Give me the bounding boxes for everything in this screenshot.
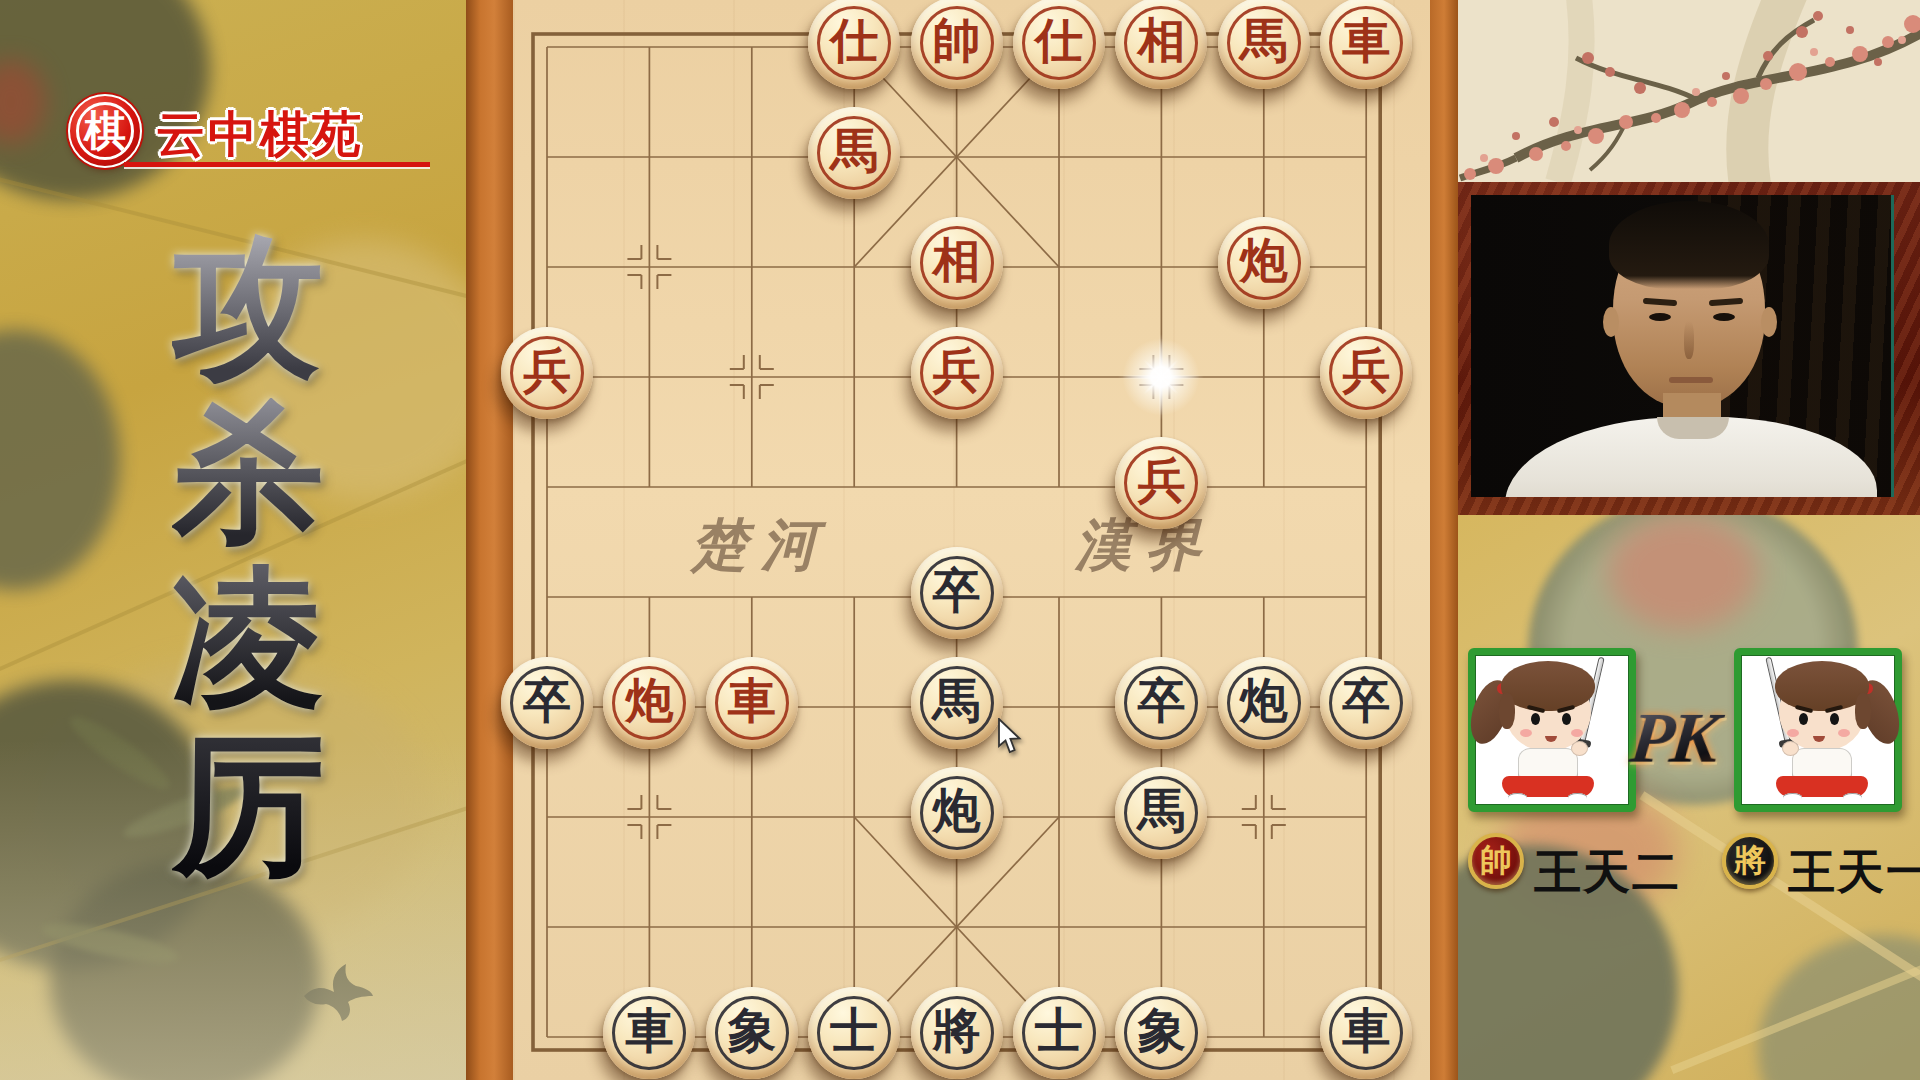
piece-glyph: 馬	[1137, 787, 1185, 835]
piece-red-帥-c4r0[interactable]: 帥	[911, 0, 1003, 89]
piece-glyph: 馬	[830, 127, 878, 175]
red-side-badge: 帥	[1468, 833, 1524, 889]
piece-glyph: 象	[728, 1007, 776, 1055]
mouse-cursor	[996, 718, 1024, 756]
piece-black-炮-c4r7[interactable]: 炮	[911, 767, 1003, 859]
piece-glyph: 士	[1035, 1007, 1083, 1055]
piece-glyph: 相	[1137, 17, 1185, 65]
board-wood: 楚 河 漢 界 仕帥仕相馬車馬相炮兵兵兵兵卒卒炮車馬卒炮卒炮馬車象士將士象車	[513, 0, 1430, 1080]
xiangqi-board[interactable]: 楚 河 漢 界 仕帥仕相馬車馬相炮兵兵兵兵卒卒炮車馬卒炮卒炮馬車象士將士象車	[466, 0, 1458, 1080]
piece-glyph: 卒	[523, 677, 571, 725]
piece-black-炮-c7r6[interactable]: 炮	[1218, 657, 1310, 749]
piece-glyph: 兵	[933, 347, 981, 395]
channel-logo: 棋 云中棋苑	[60, 86, 440, 186]
piece-glyph: 炮	[625, 677, 673, 725]
player-black-avatar	[1734, 648, 1902, 812]
pk-label: PK	[1625, 697, 1753, 793]
piece-glyph: 馬	[1240, 17, 1288, 65]
piece-black-卒-c8r6[interactable]: 卒	[1320, 657, 1412, 749]
piece-black-卒-c0r6[interactable]: 卒	[501, 657, 593, 749]
piece-glyph: 卒	[933, 567, 981, 615]
piece-black-馬-c6r7[interactable]: 馬	[1115, 767, 1207, 859]
piece-black-象-c6r9[interactable]: 象	[1115, 987, 1207, 1079]
piece-glyph: 兵	[523, 347, 571, 395]
black-player-name: 王天一	[1788, 841, 1920, 904]
piece-glyph: 相	[933, 237, 981, 285]
logo-underline	[124, 162, 430, 167]
piece-glyph: 馬	[933, 677, 981, 725]
video-frame: 棋 云中棋苑 攻 杀 凌 厉 楚 河 漢 界 仕帥仕相馬車馬相炮兵兵兵兵卒卒炮車…	[0, 0, 1920, 1080]
piece-black-象-c2r9[interactable]: 象	[706, 987, 798, 1079]
logo-badge-icon: 棋	[68, 94, 142, 168]
piece-glyph: 車	[1342, 1007, 1390, 1055]
piece-glyph: 卒	[1137, 677, 1185, 725]
piece-red-仕-c5r0[interactable]: 仕	[1013, 0, 1105, 89]
piece-red-兵-c6r4[interactable]: 兵	[1115, 437, 1207, 529]
piece-glyph: 卒	[1342, 677, 1390, 725]
board-grid	[513, 0, 1430, 1080]
piece-red-車-c2r6[interactable]: 車	[706, 657, 798, 749]
streamer-hair	[1609, 201, 1769, 289]
piece-red-兵-c0r3[interactable]: 兵	[501, 327, 593, 419]
piece-red-炮-c7r2[interactable]: 炮	[1218, 217, 1310, 309]
piece-glyph: 仕	[830, 17, 878, 65]
piece-black-士-c5r9[interactable]: 士	[1013, 987, 1105, 1079]
piece-red-馬-c7r0[interactable]: 馬	[1218, 0, 1310, 89]
piece-red-相-c4r2[interactable]: 相	[911, 217, 1003, 309]
piece-red-仕-c3r0[interactable]: 仕	[808, 0, 900, 89]
piece-glyph: 將	[933, 1007, 981, 1055]
piece-red-炮-c1r6[interactable]: 炮	[603, 657, 695, 749]
piece-glyph: 車	[728, 677, 776, 725]
episode-title: 攻 杀 凌 厉	[128, 232, 368, 882]
bg-char-smear	[1608, 515, 1758, 630]
streamer-video	[1471, 195, 1894, 497]
piece-black-車-c1r9[interactable]: 車	[603, 987, 695, 1079]
piece-glyph: 炮	[1240, 237, 1288, 285]
plum-blossom-decoration	[1458, 0, 1920, 182]
piece-red-兵-c4r3[interactable]: 兵	[911, 327, 1003, 419]
piece-glyph: 士	[830, 1007, 878, 1055]
piece-black-卒-c6r6[interactable]: 卒	[1115, 657, 1207, 749]
piece-red-車-c8r0[interactable]: 車	[1320, 0, 1412, 89]
right-sidebar: PK 帥 王天二 將 王天一	[1458, 0, 1920, 1080]
logo-text: 云中棋苑	[156, 102, 364, 168]
board-frame-right	[1430, 0, 1458, 1080]
piece-black-車-c8r9[interactable]: 車	[1320, 987, 1412, 1079]
piece-red-兵-c8r3[interactable]: 兵	[1320, 327, 1412, 419]
piece-black-卒-c4r5[interactable]: 卒	[911, 547, 1003, 639]
red-player-name: 王天二	[1534, 841, 1681, 904]
bg-piece-blob	[0, 330, 120, 590]
piece-glyph: 仕	[1035, 17, 1083, 65]
piece-black-將-c4r9[interactable]: 將	[911, 987, 1003, 1079]
piece-glyph: 車	[625, 1007, 673, 1055]
piece-glyph: 兵	[1137, 457, 1185, 505]
piece-black-士-c3r9[interactable]: 士	[808, 987, 900, 1079]
piece-glyph: 車	[1342, 17, 1390, 65]
piece-red-馬-c3r1[interactable]: 馬	[808, 107, 900, 199]
piece-glyph: 帥	[933, 17, 981, 65]
river-label-chuhe: 楚 河	[691, 508, 849, 584]
player-red-avatar	[1468, 648, 1636, 812]
piece-glyph: 象	[1137, 1007, 1185, 1055]
left-banner: 棋 云中棋苑 攻 杀 凌 厉	[0, 0, 466, 1080]
board-frame-left	[466, 0, 513, 1080]
piece-black-馬-c4r6[interactable]: 馬	[911, 657, 1003, 749]
pk-area: PK 帥 王天二 將 王天一	[1458, 515, 1920, 1080]
black-side-badge: 將	[1722, 833, 1778, 889]
piece-glyph: 兵	[1342, 347, 1390, 395]
piece-glyph: 炮	[1240, 677, 1288, 725]
webcam-frame	[1458, 182, 1920, 515]
piece-glyph: 炮	[933, 787, 981, 835]
